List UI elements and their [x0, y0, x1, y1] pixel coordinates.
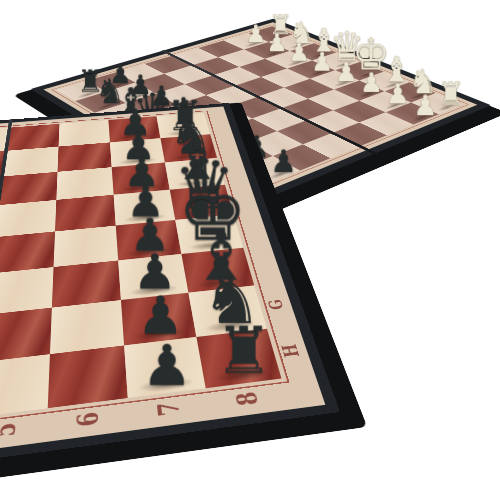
- square-g6: [50, 300, 124, 354]
- square-g5: [0, 308, 52, 363]
- file-label-h: H: [277, 343, 304, 359]
- square-h8: ♜: [196, 329, 281, 388]
- black-rook-piece: ♜: [215, 322, 273, 383]
- rank-label-8: 8: [231, 390, 264, 407]
- view-closeup: ♜♟♟♜♞♟♟♞♝♟♟♝♛♟♟♛♚♟♟♚♝♟♟♝♞♟♟♞♜♟♟♜ 5678GH: [0, 0, 500, 483]
- square-h7: ♟: [124, 337, 206, 398]
- rank-label-6: 6: [72, 410, 104, 428]
- rank-label-5: 5: [0, 421, 22, 440]
- square-e6: [54, 226, 119, 267]
- rank-label-7: 7: [153, 400, 186, 418]
- product-photo-chess-set: { "game": "chess", "position": "rnbqkbnr…: [0, 0, 500, 483]
- square-f5: [0, 267, 54, 315]
- file-label-g: G: [263, 298, 288, 311]
- square-h6: [48, 345, 128, 408]
- board-grid-closeup: ♜♟♟♜♞♟♟♞♝♟♟♝♛♟♟♛♚♟♟♚♝♟♟♝♞♟♟♞♜♟♟♜: [0, 113, 281, 464]
- black-pawn-piece: ♟: [142, 339, 193, 393]
- chess-board-closeup: ♜♟♟♜♞♟♟♞♝♟♟♝♛♟♟♛♚♟♟♚♝♟♟♝♞♟♟♞♜♟♟♜ 5678GH: [0, 103, 340, 483]
- square-h5: [0, 354, 50, 418]
